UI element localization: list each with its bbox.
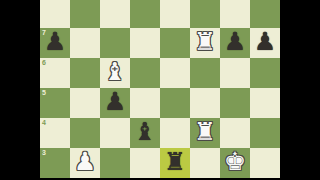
rank-label-6: 6: [42, 58, 46, 67]
square-g3[interactable]: ♚: [220, 148, 250, 178]
square-d8[interactable]: [130, 0, 160, 28]
square-c4[interactable]: [100, 118, 130, 148]
square-d7[interactable]: [130, 28, 160, 58]
piece-white-rook-f4[interactable]: ♜: [194, 117, 216, 147]
square-h4[interactable]: [250, 118, 280, 148]
piece-black-bishop-d4[interactable]: ♝: [134, 117, 156, 147]
square-c6[interactable]: ♝: [100, 58, 130, 88]
piece-white-rook-f7[interactable]: ♜: [194, 27, 216, 57]
piece-black-pawn-g7[interactable]: ♟: [224, 27, 246, 57]
square-a4[interactable]: 4: [40, 118, 70, 148]
square-g7[interactable]: ♟: [220, 28, 250, 58]
rank-label-5: 5: [42, 88, 46, 97]
square-b6[interactable]: [70, 58, 100, 88]
piece-white-king-g3[interactable]: ♚: [224, 147, 246, 177]
square-h5[interactable]: [250, 88, 280, 118]
square-d6[interactable]: [130, 58, 160, 88]
square-h7[interactable]: ♟: [250, 28, 280, 58]
square-c7[interactable]: [100, 28, 130, 58]
square-a5[interactable]: 5: [40, 88, 70, 118]
square-h3[interactable]: [250, 148, 280, 178]
square-b7[interactable]: [70, 28, 100, 58]
square-f5[interactable]: [190, 88, 220, 118]
piece-black-pawn-a7[interactable]: ♟: [44, 27, 66, 57]
square-e5[interactable]: [160, 88, 190, 118]
piece-black-pawn-c5[interactable]: ♟: [104, 87, 126, 117]
square-g5[interactable]: [220, 88, 250, 118]
square-e7[interactable]: [160, 28, 190, 58]
square-a8[interactable]: [40, 0, 70, 28]
piece-white-bishop-c6[interactable]: ♝: [104, 57, 126, 87]
chess-board: 7♟♜♟♟6♝5♟4♝♜3♟♜♚2♟♟♟♟: [40, 0, 280, 180]
square-e3[interactable]: ♜: [160, 148, 190, 178]
square-g6[interactable]: [220, 58, 250, 88]
piece-black-pawn-h7[interactable]: ♟: [254, 27, 276, 57]
square-b8[interactable]: [70, 0, 100, 28]
square-b5[interactable]: [70, 88, 100, 118]
square-h6[interactable]: [250, 58, 280, 88]
rank-label-3: 3: [42, 148, 46, 157]
piece-white-pawn-b3[interactable]: ♟: [74, 147, 96, 177]
square-d3[interactable]: [130, 148, 160, 178]
square-a6[interactable]: 6: [40, 58, 70, 88]
square-g8[interactable]: [220, 0, 250, 28]
square-d5[interactable]: [130, 88, 160, 118]
piece-black-rook-e3[interactable]: ♜: [164, 147, 186, 177]
square-f3[interactable]: [190, 148, 220, 178]
square-c5[interactable]: ♟: [100, 88, 130, 118]
square-f6[interactable]: [190, 58, 220, 88]
square-f8[interactable]: [190, 0, 220, 28]
square-c8[interactable]: [100, 0, 130, 28]
square-d4[interactable]: ♝: [130, 118, 160, 148]
letterbox-bottom-bar: [0, 178, 320, 180]
square-g4[interactable]: [220, 118, 250, 148]
square-c3[interactable]: [100, 148, 130, 178]
square-f4[interactable]: ♜: [190, 118, 220, 148]
square-f7[interactable]: ♜: [190, 28, 220, 58]
square-b3[interactable]: ♟: [70, 148, 100, 178]
square-e4[interactable]: [160, 118, 190, 148]
square-a7[interactable]: 7♟: [40, 28, 70, 58]
video-frame: { "game": "chess", "board": { "orientati…: [0, 0, 320, 180]
square-b4[interactable]: [70, 118, 100, 148]
square-h8[interactable]: [250, 0, 280, 28]
square-a3[interactable]: 3: [40, 148, 70, 178]
rank-label-4: 4: [42, 118, 46, 127]
square-e8[interactable]: [160, 0, 190, 28]
square-e6[interactable]: [160, 58, 190, 88]
